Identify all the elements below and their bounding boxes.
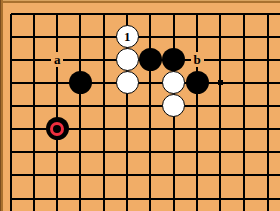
intersection-3-2[interactable] [46,25,69,48]
intersection-8-2[interactable] [162,25,185,48]
star-point-marker [218,80,223,85]
intersection-2-8[interactable] [22,163,45,186]
black-stone [162,48,185,71]
white-stone [116,48,139,71]
intersection-9-1[interactable] [185,2,208,25]
intersection-2-5[interactable] [22,94,45,117]
intersection-9-4[interactable] [185,71,208,94]
intersection-7-9[interactable] [139,186,162,211]
white-stone-move-1: 1 [116,25,139,48]
red-circle-marker [50,122,64,136]
intersection-10-7[interactable] [209,140,232,163]
black-stone [139,48,162,71]
intersection-10-2[interactable] [209,25,232,48]
intersection-7-1[interactable] [139,2,162,25]
intersection-5-9[interactable] [92,186,115,211]
intersection-4-4[interactable] [69,71,92,94]
intersection-3-5[interactable] [46,94,69,117]
intersection-8-8[interactable] [162,163,185,186]
intersection-1-7[interactable] [0,140,22,163]
intersection-11-3[interactable] [232,48,255,71]
intersection-5-3[interactable] [92,48,115,71]
move-number-label: 1 [124,30,131,43]
intersection-11-8[interactable] [232,163,255,186]
intersection-2-3[interactable] [22,48,45,71]
intersection-3-7[interactable] [46,140,69,163]
point-label-a: a [51,52,64,67]
black-stone [69,71,92,94]
intersection-8-4[interactable] [162,71,185,94]
white-stone [162,71,185,94]
go-board-diagram: 1ab [0,0,280,211]
intersection-9-2[interactable] [185,25,208,48]
black-stone [186,71,209,94]
intersection-11-6[interactable] [232,117,255,140]
intersection-6-3[interactable] [115,48,138,71]
white-stone [116,71,139,94]
intersection-10-9[interactable] [209,186,232,211]
intersection-8-5[interactable] [162,94,185,117]
intersection-3-8[interactable] [46,163,69,186]
intersection-4-7[interactable] [69,140,92,163]
intersection-2-1[interactable] [22,2,45,25]
intersection-12-4[interactable] [255,71,280,94]
intersection-11-5[interactable] [232,94,255,117]
intersection-10-3[interactable] [209,48,232,71]
intersection-7-5[interactable] [139,94,162,117]
intersection-4-9[interactable] [69,186,92,211]
intersection-8-3[interactable] [162,48,185,71]
intersection-11-2[interactable] [232,25,255,48]
intersection-10-6[interactable] [209,117,232,140]
intersection-10-4[interactable] [209,71,232,94]
intersection-1-9[interactable] [0,186,22,211]
intersection-1-1[interactable] [0,2,22,25]
intersection-4-3[interactable] [69,48,92,71]
intersection-12-8[interactable] [255,163,280,186]
intersection-12-7[interactable] [255,140,280,163]
point-label-b: b [191,52,204,67]
intersection-6-7[interactable] [115,140,138,163]
intersection-10-1[interactable] [209,2,232,25]
intersection-9-8[interactable] [185,163,208,186]
intersection-6-2[interactable]: 1 [115,25,138,48]
intersection-6-8[interactable] [115,163,138,186]
intersection-9-3[interactable]: b [185,48,208,71]
intersection-5-4[interactable] [92,71,115,94]
intersection-2-6[interactable] [22,117,45,140]
intersection-3-9[interactable] [46,186,69,211]
intersection-10-5[interactable] [209,94,232,117]
intersection-12-6[interactable] [255,117,280,140]
intersection-1-8[interactable] [0,163,22,186]
intersection-5-2[interactable] [92,25,115,48]
white-stone [162,94,185,117]
intersection-5-8[interactable] [92,163,115,186]
intersection-2-9[interactable] [22,186,45,211]
intersection-4-6[interactable] [69,117,92,140]
intersection-4-8[interactable] [69,163,92,186]
intersection-8-9[interactable] [162,186,185,211]
intersection-4-5[interactable] [69,94,92,117]
intersection-7-8[interactable] [139,163,162,186]
intersection-7-3[interactable] [139,48,162,71]
intersection-3-6[interactable] [46,117,69,140]
intersection-9-9[interactable] [185,186,208,211]
intersection-1-2[interactable] [0,25,22,48]
intersection-6-1[interactable] [115,2,138,25]
board-frame-left [0,0,3,211]
intersection-5-1[interactable] [92,2,115,25]
intersection-12-3[interactable] [255,48,280,71]
intersection-12-9[interactable] [255,186,280,211]
intersection-11-4[interactable] [232,71,255,94]
intersection-11-7[interactable] [232,140,255,163]
intersection-6-6[interactable] [115,117,138,140]
intersection-5-6[interactable] [92,117,115,140]
intersection-2-4[interactable] [22,71,45,94]
intersection-5-7[interactable] [92,140,115,163]
intersection-1-3[interactable] [0,48,22,71]
intersection-12-5[interactable] [255,94,280,117]
intersection-9-6[interactable] [185,117,208,140]
intersection-1-5[interactable] [0,94,22,117]
intersection-3-4[interactable] [46,71,69,94]
intersection-8-7[interactable] [162,140,185,163]
intersection-11-1[interactable] [232,2,255,25]
intersection-2-2[interactable] [22,25,45,48]
intersection-5-5[interactable] [92,94,115,117]
intersection-1-6[interactable] [0,117,22,140]
go-grid: 1ab [0,2,280,211]
intersection-2-7[interactable] [22,140,45,163]
intersection-8-1[interactable] [162,2,185,25]
black-stone [46,117,69,140]
intersection-3-3[interactable]: a [46,48,69,71]
intersection-4-2[interactable] [69,25,92,48]
intersection-10-8[interactable] [209,163,232,186]
intersection-9-5[interactable] [185,94,208,117]
intersection-12-1[interactable] [255,2,280,25]
intersection-6-5[interactable] [115,94,138,117]
board-frame-top [0,0,280,3]
intersection-7-7[interactable] [139,140,162,163]
intersection-7-2[interactable] [139,25,162,48]
intersection-3-1[interactable] [46,2,69,25]
intersection-11-9[interactable] [232,186,255,211]
intersection-7-6[interactable] [139,117,162,140]
intersection-6-9[interactable] [115,186,138,211]
intersection-8-6[interactable] [162,117,185,140]
intersection-7-4[interactable] [139,71,162,94]
intersection-1-4[interactable] [0,71,22,94]
intersection-4-1[interactable] [69,2,92,25]
intersection-9-7[interactable] [185,140,208,163]
intersection-12-2[interactable] [255,25,280,48]
intersection-6-4[interactable] [115,71,138,94]
